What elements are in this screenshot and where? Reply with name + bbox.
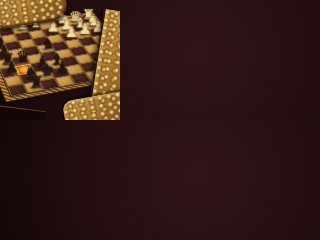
white-pawn-piece[interactable]: ♟ (46, 21, 59, 35)
white-pawn-piece[interactable]: ♟ (64, 25, 77, 40)
square[interactable] (7, 84, 27, 96)
table-edge-bottom-left (0, 105, 45, 120)
square[interactable]: ♜ (23, 81, 44, 93)
black-rook-piece[interactable]: ♜ (28, 74, 43, 91)
white-pawn-piece[interactable]: ♟ (78, 23, 91, 37)
black-pawn-piece[interactable]: ♟ (55, 60, 69, 76)
black-pawn-piece[interactable]: ♟ (4, 60, 18, 76)
square[interactable] (55, 75, 76, 87)
